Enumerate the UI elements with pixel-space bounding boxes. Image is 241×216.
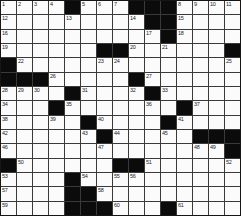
cell-r11c12[interactable] xyxy=(177,144,192,157)
cell-r7c12[interactable] xyxy=(177,87,192,100)
cell-r15c9[interactable] xyxy=(129,202,144,215)
cell-r11c1[interactable]: 46 xyxy=(1,144,16,157)
cell-r8c14[interactable] xyxy=(209,101,224,114)
cell-r2c5[interactable]: 13 xyxy=(65,15,80,28)
cell-r4c3[interactable] xyxy=(33,44,48,57)
clue-number-39: 39 xyxy=(50,116,56,122)
cell-r2c6[interactable] xyxy=(81,15,96,28)
cell-r14c9[interactable] xyxy=(129,187,144,200)
cell-r2c4[interactable] xyxy=(49,15,64,28)
cell-r15c12[interactable]: 61 xyxy=(177,202,192,215)
cell-r9c7[interactable]: 40 xyxy=(97,116,112,129)
cell-r14c2[interactable] xyxy=(17,187,32,200)
black-cell-r9c11 xyxy=(161,116,176,129)
clue-number-23: 23 xyxy=(98,58,104,64)
cell-r9c9[interactable] xyxy=(129,116,144,129)
cell-r9c4[interactable]: 39 xyxy=(49,116,64,129)
cell-r13c6[interactable]: 54 xyxy=(81,173,96,186)
black-cell-r7c10 xyxy=(145,87,160,100)
cell-r14c4[interactable] xyxy=(49,187,64,200)
cell-r4c11[interactable]: 21 xyxy=(161,44,176,57)
cell-r11c4[interactable] xyxy=(49,144,64,157)
cell-r14c10[interactable] xyxy=(145,187,160,200)
cell-r5c15[interactable]: 25 xyxy=(225,58,240,71)
cell-r2c12[interactable]: 15 xyxy=(177,15,192,28)
cell-r2c3[interactable] xyxy=(33,15,48,28)
cell-r12c12[interactable] xyxy=(177,159,192,172)
cell-r5c12[interactable] xyxy=(177,58,192,71)
cell-r13c13[interactable] xyxy=(193,173,208,186)
cell-r3c7[interactable] xyxy=(97,30,112,43)
cell-r14c3[interactable] xyxy=(33,187,48,200)
cell-r8c6[interactable] xyxy=(81,101,96,114)
clue-number-18: 18 xyxy=(178,30,184,36)
cell-r7c9[interactable]: 32 xyxy=(129,87,144,100)
black-cell-r15c6 xyxy=(81,202,96,215)
cell-r6c6[interactable] xyxy=(81,73,96,86)
cell-r11c14[interactable]: 49 xyxy=(209,144,224,157)
clue-number-20: 20 xyxy=(130,44,136,50)
cell-r11c11[interactable] xyxy=(161,144,176,157)
clue-number-44: 44 xyxy=(114,130,120,136)
cell-r11c3[interactable] xyxy=(33,144,48,157)
cell-r7c7[interactable] xyxy=(97,87,112,100)
cell-r13c7[interactable] xyxy=(97,173,112,186)
cell-r2c8[interactable] xyxy=(113,15,128,28)
cell-r7c13[interactable] xyxy=(193,87,208,100)
cell-r13c14[interactable] xyxy=(209,173,224,186)
cell-r10c12[interactable] xyxy=(177,130,192,143)
clue-number-50: 50 xyxy=(18,159,24,165)
cell-r4c4[interactable] xyxy=(49,44,64,57)
black-cell-r1c10 xyxy=(145,1,160,14)
cell-r3c14[interactable] xyxy=(209,30,224,43)
cell-r4c12[interactable] xyxy=(177,44,192,57)
black-cell-r13c5 xyxy=(65,173,80,186)
cell-r9c15[interactable] xyxy=(225,116,240,129)
cell-r3c9[interactable] xyxy=(129,30,144,43)
cell-r11c2[interactable] xyxy=(17,144,32,157)
cell-r2c2[interactable] xyxy=(17,15,32,28)
cell-r5c4[interactable] xyxy=(49,58,64,71)
cell-r1c2[interactable]: 2 xyxy=(17,1,32,14)
clue-number-54: 54 xyxy=(82,173,88,179)
black-cell-r15c7 xyxy=(97,202,112,215)
clue-number-52: 52 xyxy=(226,159,232,165)
clue-number-58: 58 xyxy=(98,187,104,193)
black-cell-r9c6 xyxy=(81,116,96,129)
cell-r13c2[interactable] xyxy=(17,173,32,186)
cell-r14c13[interactable] xyxy=(193,187,208,200)
cell-r9c10[interactable] xyxy=(145,116,160,129)
clue-number-24: 24 xyxy=(114,58,120,64)
cell-r9c2[interactable] xyxy=(17,116,32,129)
cell-r1c1[interactable]: 1 xyxy=(1,1,16,14)
cell-r7c1[interactable]: 28 xyxy=(1,87,16,100)
cell-r11c13[interactable]: 48 xyxy=(193,144,208,157)
cell-r15c8[interactable]: 60 xyxy=(113,202,128,215)
cell-r13c4[interactable] xyxy=(49,173,64,186)
cell-r6c11[interactable] xyxy=(161,73,176,86)
cell-r6c7[interactable] xyxy=(97,73,112,86)
black-cell-r11c15 xyxy=(225,144,240,157)
black-cell-r2c11 xyxy=(161,15,176,28)
clue-number-41: 41 xyxy=(178,116,184,122)
cell-r10c10[interactable] xyxy=(145,130,160,143)
cell-r14c1[interactable]: 57 xyxy=(1,187,16,200)
cell-r6c12[interactable] xyxy=(177,73,192,86)
black-cell-r12c8 xyxy=(113,159,128,172)
clue-number-59: 59 xyxy=(2,202,8,208)
cell-r9c3[interactable] xyxy=(33,116,48,129)
cell-r7c4[interactable] xyxy=(49,87,64,100)
cell-r12c2[interactable]: 50 xyxy=(17,159,32,172)
clue-number-34: 34 xyxy=(2,101,8,107)
cell-r6c13[interactable] xyxy=(193,73,208,86)
cell-r5c10[interactable] xyxy=(145,58,160,71)
black-cell-r10c15 xyxy=(225,130,240,143)
cell-r15c4[interactable] xyxy=(49,202,64,215)
cell-r7c3[interactable]: 30 xyxy=(33,87,48,100)
cell-r3c13[interactable] xyxy=(193,30,208,43)
cell-r6c8[interactable] xyxy=(113,73,128,86)
clue-number-33: 33 xyxy=(162,87,168,93)
cell-r1c8[interactable]: 7 xyxy=(113,1,128,14)
black-cell-r14c6 xyxy=(81,187,96,200)
cell-r8c8[interactable] xyxy=(113,101,128,114)
cell-r11c6[interactable] xyxy=(81,144,96,157)
cell-r9c5[interactable] xyxy=(65,116,80,129)
cell-r13c3[interactable] xyxy=(33,173,48,186)
black-cell-r6c1 xyxy=(1,73,16,86)
cell-r5c13[interactable] xyxy=(193,58,208,71)
black-cell-r12c1 xyxy=(1,159,16,172)
cell-r13c12[interactable] xyxy=(177,173,192,186)
cell-r10c4[interactable] xyxy=(49,130,64,143)
cell-r8c11[interactable] xyxy=(161,101,176,114)
black-cell-r4c8 xyxy=(113,44,128,57)
cell-r9c14[interactable] xyxy=(209,116,224,129)
cell-r5c6[interactable] xyxy=(81,58,96,71)
black-cell-r4c7 xyxy=(97,44,112,57)
cell-r8c1[interactable]: 34 xyxy=(1,101,16,114)
cell-r15c15[interactable] xyxy=(225,202,240,215)
cell-r6c5[interactable] xyxy=(65,73,80,86)
cell-r4c13[interactable] xyxy=(193,44,208,57)
cell-r12c6[interactable] xyxy=(81,159,96,172)
black-cell-r3c11 xyxy=(161,30,176,43)
cell-r3c3[interactable] xyxy=(33,30,48,43)
clue-number-11: 11 xyxy=(226,1,231,7)
black-cell-r2c10 xyxy=(145,15,160,28)
clue-number-17: 17 xyxy=(146,30,152,36)
cell-r7c2[interactable]: 29 xyxy=(17,87,32,100)
cell-r15c13[interactable] xyxy=(193,202,208,215)
cell-r11c7[interactable]: 47 xyxy=(97,144,112,157)
cell-r8c3[interactable] xyxy=(33,101,48,114)
cell-r11c5[interactable] xyxy=(65,144,80,157)
cell-r8c10[interactable]: 36 xyxy=(145,101,160,114)
cell-r8c9[interactable] xyxy=(129,101,144,114)
cell-r2c7[interactable] xyxy=(97,15,112,28)
cell-r5c14[interactable] xyxy=(209,58,224,71)
cell-r7c6[interactable]: 31 xyxy=(81,87,96,100)
clue-number-53: 53 xyxy=(2,173,8,179)
clue-number-7: 7 xyxy=(114,1,117,7)
cell-r10c9[interactable] xyxy=(129,130,144,143)
cell-r13c8[interactable]: 55 xyxy=(113,173,128,186)
cell-r7c15[interactable] xyxy=(225,87,240,100)
cell-r2c9[interactable]: 14 xyxy=(129,15,144,28)
cell-r12c5[interactable] xyxy=(65,159,80,172)
cell-r1c14[interactable]: 10 xyxy=(209,1,224,14)
cell-r14c15[interactable] xyxy=(225,187,240,200)
cell-r3c2[interactable] xyxy=(17,30,32,43)
clue-number-29: 29 xyxy=(18,87,24,93)
clue-number-37: 37 xyxy=(194,101,200,107)
clue-number-57: 57 xyxy=(2,187,8,193)
cell-r13c11[interactable] xyxy=(161,173,176,186)
black-cell-r1c11 xyxy=(161,1,176,14)
cell-r9c12[interactable]: 41 xyxy=(177,116,192,129)
black-cell-r12c9 xyxy=(129,159,144,172)
black-cell-r7c5 xyxy=(65,87,80,100)
clue-number-8: 8 xyxy=(178,1,181,7)
cell-r1c6[interactable]: 5 xyxy=(81,1,96,14)
cell-r12c14[interactable] xyxy=(209,159,224,172)
black-cell-r1c9 xyxy=(129,1,144,14)
cell-r13c15[interactable] xyxy=(225,173,240,186)
black-cell-r10c14 xyxy=(209,130,224,143)
cell-r4c14[interactable] xyxy=(209,44,224,57)
clue-number-60: 60 xyxy=(114,202,120,208)
cell-r5c8[interactable]: 24 xyxy=(113,58,128,71)
clue-number-19: 19 xyxy=(2,44,8,50)
cell-r8c5[interactable]: 35 xyxy=(65,101,80,114)
clue-number-4: 4 xyxy=(50,1,53,7)
cell-r14c12[interactable] xyxy=(177,187,192,200)
cell-r8c15[interactable] xyxy=(225,101,240,114)
cell-r2c15[interactable] xyxy=(225,15,240,28)
cell-r7c14[interactable] xyxy=(209,87,224,100)
cell-r13c9[interactable]: 56 xyxy=(129,173,144,186)
cell-r5c2[interactable]: 22 xyxy=(17,58,32,71)
clue-number-42: 42 xyxy=(2,130,8,136)
crossword-puzzle: 1234567891011121314151617181920212223242… xyxy=(0,0,241,216)
clue-number-45: 45 xyxy=(162,130,168,136)
black-cell-r6c9 xyxy=(129,73,144,86)
clue-number-25: 25 xyxy=(226,58,232,64)
cell-r1c13[interactable]: 9 xyxy=(193,1,208,14)
cell-r12c4[interactable] xyxy=(49,159,64,172)
clue-number-49: 49 xyxy=(210,144,216,150)
cell-r6c14[interactable] xyxy=(209,73,224,86)
cell-r10c5[interactable] xyxy=(65,130,80,143)
cell-r12c13[interactable] xyxy=(193,159,208,172)
crossword-grid: 1234567891011121314151617181920212223242… xyxy=(0,0,241,216)
black-cell-r14c5 xyxy=(65,187,80,200)
clue-number-51: 51 xyxy=(146,159,152,165)
cell-r9c8[interactable] xyxy=(113,116,128,129)
clue-number-40: 40 xyxy=(98,116,104,122)
cell-r4c2[interactable] xyxy=(17,44,32,57)
cell-r4c10[interactable] xyxy=(145,44,160,57)
clue-number-35: 35 xyxy=(66,101,72,107)
black-cell-r5c1 xyxy=(1,58,16,71)
clue-number-15: 15 xyxy=(178,15,184,21)
cell-r3c4[interactable] xyxy=(49,30,64,43)
clue-number-38: 38 xyxy=(2,116,8,122)
cell-r15c2[interactable] xyxy=(17,202,32,215)
black-cell-r15c11 xyxy=(161,202,176,215)
black-cell-r6c2 xyxy=(17,73,32,86)
cell-r10c2[interactable] xyxy=(17,130,32,143)
clue-number-1: 1 xyxy=(2,1,5,7)
cell-r11c10[interactable] xyxy=(145,144,160,157)
cell-r1c15[interactable]: 11 xyxy=(225,1,240,14)
clue-number-46: 46 xyxy=(2,144,8,150)
cell-r15c3[interactable] xyxy=(33,202,48,215)
cell-r5c11[interactable] xyxy=(161,58,176,71)
cell-r7c11[interactable]: 33 xyxy=(161,87,176,100)
cell-r6c4[interactable]: 26 xyxy=(49,73,64,86)
clue-number-28: 28 xyxy=(2,87,8,93)
clue-number-56: 56 xyxy=(130,173,136,179)
cell-r14c7[interactable]: 58 xyxy=(97,187,112,200)
clue-number-31: 31 xyxy=(82,87,88,93)
black-cell-r10c7 xyxy=(97,130,112,143)
clue-number-55: 55 xyxy=(114,173,120,179)
cell-r10c8[interactable]: 44 xyxy=(113,130,128,143)
clue-number-6: 6 xyxy=(98,1,101,7)
cell-r10c6[interactable]: 43 xyxy=(81,130,96,143)
clue-number-22: 22 xyxy=(18,58,24,64)
clue-number-14: 14 xyxy=(130,15,136,21)
cell-r5c3[interactable] xyxy=(33,58,48,71)
cell-r10c11[interactable]: 45 xyxy=(161,130,176,143)
clue-number-21: 21 xyxy=(162,44,168,50)
cell-r4c1[interactable]: 19 xyxy=(1,44,16,57)
cell-r12c7[interactable] xyxy=(97,159,112,172)
cell-r2c14[interactable] xyxy=(209,15,224,28)
clue-number-5: 5 xyxy=(82,1,85,7)
clue-number-10: 10 xyxy=(210,1,216,7)
cell-r2c13[interactable] xyxy=(193,15,208,28)
cell-r11c8[interactable] xyxy=(113,144,128,157)
clue-number-3: 3 xyxy=(34,1,37,7)
cell-r8c2[interactable] xyxy=(17,101,32,114)
cell-r1c3[interactable]: 3 xyxy=(33,1,48,14)
cell-r15c1[interactable]: 59 xyxy=(1,202,16,215)
cell-r3c10[interactable]: 17 xyxy=(145,30,160,43)
black-cell-r10c13 xyxy=(193,130,208,143)
clue-number-32: 32 xyxy=(130,87,136,93)
cell-r6c10[interactable]: 27 xyxy=(145,73,160,86)
cell-r10c1[interactable]: 42 xyxy=(1,130,16,143)
cell-r3c12[interactable]: 18 xyxy=(177,30,192,43)
cell-r8c7[interactable] xyxy=(97,101,112,114)
cell-r1c12[interactable]: 8 xyxy=(177,1,192,14)
cell-r3c8[interactable] xyxy=(113,30,128,43)
black-cell-r4c15 xyxy=(225,44,240,57)
cell-r8c13[interactable]: 37 xyxy=(193,101,208,114)
cell-r5c7[interactable]: 23 xyxy=(97,58,112,71)
cell-r15c14[interactable] xyxy=(209,202,224,215)
clue-number-48: 48 xyxy=(194,144,200,150)
cell-r10c3[interactable] xyxy=(33,130,48,143)
cell-r2c1[interactable]: 12 xyxy=(1,15,16,28)
cell-r4c5[interactable] xyxy=(65,44,80,57)
cell-r12c3[interactable] xyxy=(33,159,48,172)
cell-r14c8[interactable] xyxy=(113,187,128,200)
black-cell-r15c5 xyxy=(65,202,80,215)
cell-r12c11[interactable] xyxy=(161,159,176,172)
cell-r3c1[interactable]: 16 xyxy=(1,30,16,43)
cell-r4c9[interactable]: 20 xyxy=(129,44,144,57)
black-cell-r6c3 xyxy=(33,73,48,86)
cell-r1c7[interactable]: 6 xyxy=(97,1,112,14)
cell-r6c15[interactable] xyxy=(225,73,240,86)
cell-r3c15[interactable] xyxy=(225,30,240,43)
clue-number-2: 2 xyxy=(18,1,21,7)
cell-r9c13[interactable] xyxy=(193,116,208,129)
clue-number-36: 36 xyxy=(146,101,152,107)
clue-number-13: 13 xyxy=(66,15,72,21)
black-cell-r8c4 xyxy=(49,101,64,114)
black-cell-r8c12 xyxy=(177,101,192,114)
clue-number-12: 12 xyxy=(2,15,8,21)
clue-number-9: 9 xyxy=(194,1,197,7)
cell-r5c5[interactable] xyxy=(65,58,80,71)
clue-number-26: 26 xyxy=(50,73,56,79)
cell-r13c1[interactable]: 53 xyxy=(1,173,16,186)
cell-r14c11[interactable] xyxy=(161,187,176,200)
cell-r11c9[interactable] xyxy=(129,144,144,157)
cell-r13c10[interactable] xyxy=(145,173,160,186)
clue-number-43: 43 xyxy=(82,130,88,136)
cell-r7c8[interactable] xyxy=(113,87,128,100)
cell-r12c10[interactable]: 51 xyxy=(145,159,160,172)
cell-r1c4[interactable]: 4 xyxy=(49,1,64,14)
cell-r9c1[interactable]: 38 xyxy=(1,116,16,129)
clue-number-30: 30 xyxy=(34,87,40,93)
clue-number-61: 61 xyxy=(178,202,184,208)
clue-number-16: 16 xyxy=(2,30,8,36)
clue-number-27: 27 xyxy=(146,73,152,79)
cell-r5c9[interactable] xyxy=(129,58,144,71)
cell-r14c14[interactable] xyxy=(209,187,224,200)
cell-r4c6[interactable] xyxy=(81,44,96,57)
clue-number-47: 47 xyxy=(98,144,104,150)
cell-r3c5[interactable] xyxy=(65,30,80,43)
black-cell-r1c5 xyxy=(65,1,80,14)
cell-r15c10[interactable] xyxy=(145,202,160,215)
cell-r3c6[interactable] xyxy=(81,30,96,43)
cell-r12c15[interactable]: 52 xyxy=(225,159,240,172)
